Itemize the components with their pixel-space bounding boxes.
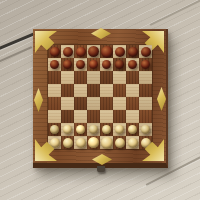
square-c4[interactable] — [74, 97, 87, 110]
chess-box — [33, 29, 168, 168]
square-c7[interactable] — [74, 58, 87, 71]
piece-white-bishop[interactable] — [76, 138, 86, 148]
square-h2[interactable] — [139, 123, 152, 136]
square-e6[interactable] — [100, 71, 113, 84]
square-e1[interactable] — [100, 136, 113, 149]
piece-white-bishop[interactable] — [115, 138, 125, 148]
square-b5[interactable] — [61, 84, 74, 97]
square-b3[interactable] — [61, 110, 74, 123]
square-d4[interactable] — [87, 97, 100, 110]
square-h3[interactable] — [139, 110, 152, 123]
floor-plank-seam — [0, 46, 32, 63]
piece-black-knight[interactable] — [63, 47, 73, 57]
brass-diamond-inlay — [91, 28, 111, 39]
square-c1[interactable] — [74, 136, 87, 149]
square-b8[interactable] — [61, 45, 74, 58]
piece-white-pawn[interactable] — [115, 125, 124, 134]
square-g3[interactable] — [126, 110, 139, 123]
square-e8[interactable] — [100, 45, 113, 58]
chess-board-grid — [48, 45, 152, 149]
square-f2[interactable] — [113, 123, 126, 136]
square-e7[interactable] — [100, 58, 113, 71]
square-e3[interactable] — [100, 110, 113, 123]
photo-scene — [0, 0, 200, 200]
piece-white-pawn[interactable] — [141, 125, 150, 134]
brass-diamond-inlay — [34, 88, 43, 112]
piece-black-pawn[interactable] — [76, 60, 85, 69]
square-d2[interactable] — [87, 123, 100, 136]
square-c5[interactable] — [74, 84, 87, 97]
square-d5[interactable] — [87, 84, 100, 97]
square-c6[interactable] — [74, 71, 87, 84]
square-c8[interactable] — [74, 45, 87, 58]
square-b7[interactable] — [61, 58, 74, 71]
box-clasp — [97, 166, 105, 172]
piece-black-pawn[interactable] — [141, 60, 150, 69]
piece-black-queen[interactable] — [88, 46, 99, 57]
piece-black-rook[interactable] — [50, 47, 60, 57]
brass-diamond-inlay — [157, 87, 166, 111]
square-d6[interactable] — [87, 71, 100, 84]
square-b2[interactable] — [61, 123, 74, 136]
square-f7[interactable] — [113, 58, 126, 71]
square-g5[interactable] — [126, 84, 139, 97]
square-f1[interactable] — [113, 136, 126, 149]
piece-white-pawn[interactable] — [76, 125, 85, 134]
square-e5[interactable] — [100, 84, 113, 97]
square-c3[interactable] — [74, 110, 87, 123]
square-h7[interactable] — [139, 58, 152, 71]
square-a7[interactable] — [48, 58, 61, 71]
piece-black-pawn[interactable] — [89, 60, 98, 69]
piece-white-queen[interactable] — [88, 137, 99, 148]
square-f6[interactable] — [113, 71, 126, 84]
square-a4[interactable] — [48, 97, 61, 110]
square-e2[interactable] — [100, 123, 113, 136]
square-g7[interactable] — [126, 58, 139, 71]
floor-plank-seam — [150, 0, 200, 26]
square-g8[interactable] — [126, 45, 139, 58]
square-d3[interactable] — [87, 110, 100, 123]
piece-black-pawn[interactable] — [50, 60, 59, 69]
piece-white-pawn[interactable] — [128, 125, 137, 134]
square-b4[interactable] — [61, 97, 74, 110]
piece-black-pawn[interactable] — [63, 60, 72, 69]
square-h6[interactable] — [139, 71, 152, 84]
square-g1[interactable] — [126, 136, 139, 149]
square-f3[interactable] — [113, 110, 126, 123]
piece-white-pawn[interactable] — [102, 125, 111, 134]
piece-black-pawn[interactable] — [128, 60, 137, 69]
square-g4[interactable] — [126, 97, 139, 110]
square-a2[interactable] — [48, 123, 61, 136]
square-d8[interactable] — [87, 45, 100, 58]
square-h8[interactable] — [139, 45, 152, 58]
square-a6[interactable] — [48, 71, 61, 84]
square-e4[interactable] — [100, 97, 113, 110]
brass-diamond-inlay — [92, 154, 112, 165]
square-h4[interactable] — [139, 97, 152, 110]
square-f8[interactable] — [113, 45, 126, 58]
square-d7[interactable] — [87, 58, 100, 71]
square-b6[interactable] — [61, 71, 74, 84]
square-g6[interactable] — [126, 71, 139, 84]
square-a5[interactable] — [48, 84, 61, 97]
piece-white-knight[interactable] — [63, 138, 73, 148]
square-b1[interactable] — [61, 136, 74, 149]
square-c2[interactable] — [74, 123, 87, 136]
piece-black-king[interactable] — [101, 46, 113, 58]
piece-black-knight[interactable] — [128, 47, 138, 57]
square-g2[interactable] — [126, 123, 139, 136]
square-a3[interactable] — [48, 110, 61, 123]
piece-black-bishop[interactable] — [76, 47, 86, 57]
piece-white-king[interactable] — [101, 137, 113, 149]
square-f5[interactable] — [113, 84, 126, 97]
piece-white-pawn[interactable] — [50, 125, 59, 134]
square-h5[interactable] — [139, 84, 152, 97]
piece-white-pawn[interactable] — [63, 125, 72, 134]
piece-black-bishop[interactable] — [115, 47, 125, 57]
piece-white-pawn[interactable] — [89, 125, 98, 134]
piece-white-knight[interactable] — [128, 138, 138, 148]
piece-black-pawn[interactable] — [102, 60, 111, 69]
piece-black-pawn[interactable] — [115, 60, 124, 69]
square-d1[interactable] — [87, 136, 100, 149]
square-f4[interactable] — [113, 97, 126, 110]
piece-black-rook[interactable] — [141, 47, 151, 57]
